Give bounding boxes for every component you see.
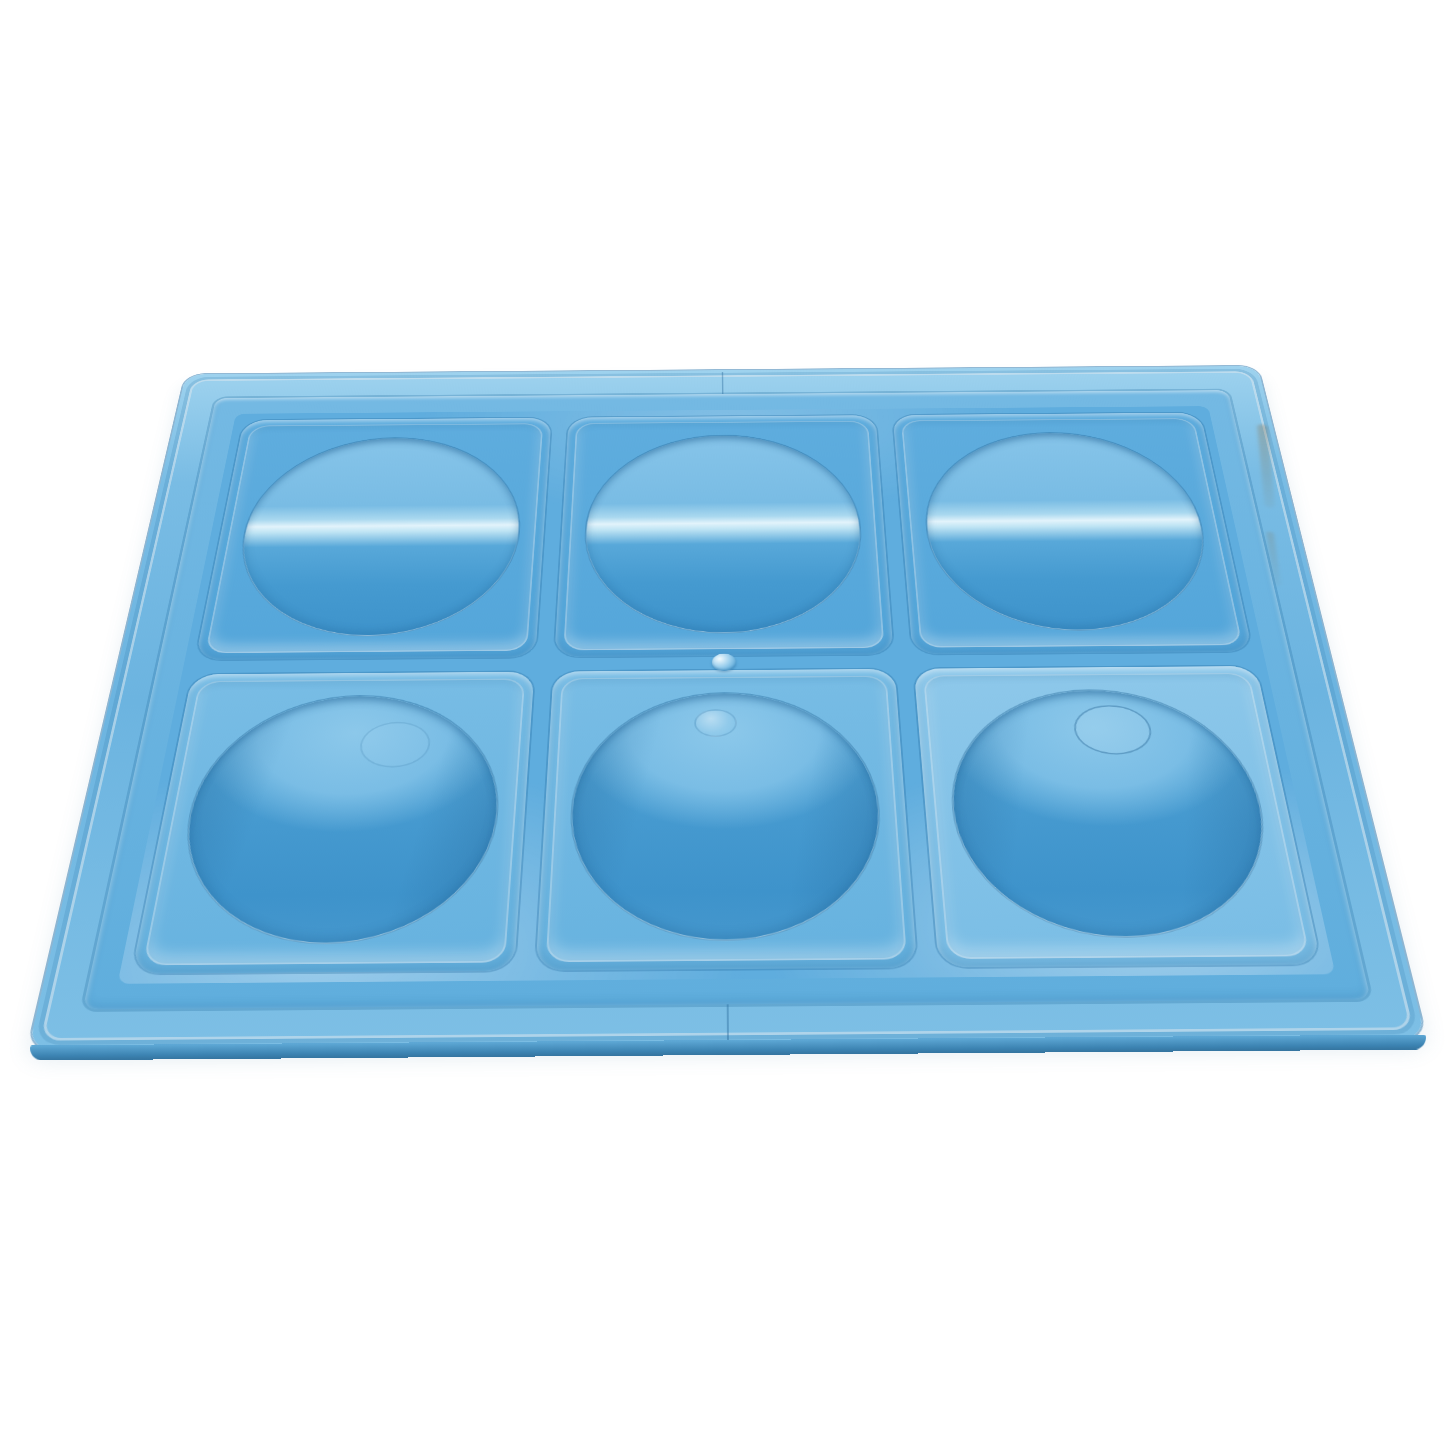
pit-near-1	[131, 671, 534, 973]
mold-mark-icon	[357, 722, 432, 768]
pit-near-2	[535, 669, 917, 971]
pit-panel	[118, 406, 1336, 984]
tray-projection	[28, 366, 1426, 1049]
tray-board	[28, 366, 1426, 1049]
mold-mark-icon	[694, 709, 737, 737]
pit-grid	[131, 413, 1321, 974]
photo-background	[0, 0, 1445, 1445]
pit-far-3	[893, 413, 1253, 654]
pit-near-3	[914, 666, 1321, 968]
mold-mark-icon	[1070, 705, 1155, 755]
pit-far-1	[195, 418, 551, 660]
pit-far-2	[554, 415, 894, 657]
